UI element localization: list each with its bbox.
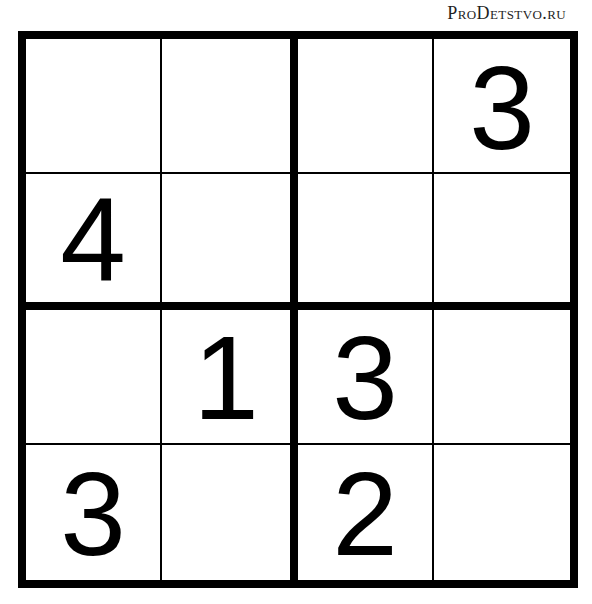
cell-r1c4-given: 3 [434,39,570,174]
cell-r3c1-empty[interactable] [26,310,162,445]
cell-r3c3-given: 3 [298,310,434,445]
cell-r4c3-given: 2 [298,445,434,580]
cell-r1c3-empty[interactable] [298,39,434,174]
cell-r4c2-empty[interactable] [162,445,298,580]
cell-r4c1-given: 3 [26,445,162,580]
given-digit: 3 [469,49,535,167]
cell-r3c2-given: 1 [162,310,298,445]
cell-r3c4-empty[interactable] [434,310,570,445]
cell-r2c2-empty[interactable] [162,174,298,309]
sudoku-board: 341332 [18,31,578,588]
given-digit: 2 [332,455,398,573]
cell-r2c3-empty[interactable] [298,174,434,309]
cell-r2c4-empty[interactable] [434,174,570,309]
page: ProDetstvo.ru 341332 [0,0,592,604]
cell-r1c2-empty[interactable] [162,39,298,174]
cell-r1c1-empty[interactable] [26,39,162,174]
cell-r4c4-empty[interactable] [434,445,570,580]
given-digit: 4 [60,181,126,299]
watermark: ProDetstvo.ru [447,3,566,24]
given-digit: 1 [193,319,259,437]
given-digit: 3 [332,319,398,437]
given-digit: 3 [60,455,126,573]
cell-r2c1-given: 4 [26,174,162,309]
